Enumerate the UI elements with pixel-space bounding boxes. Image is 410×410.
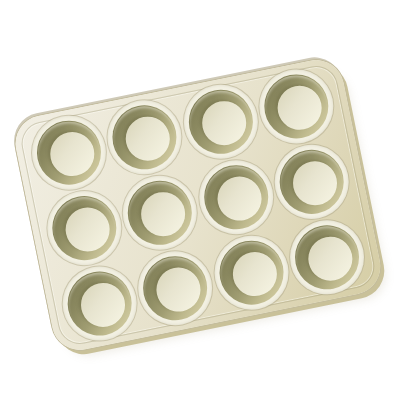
muffin-pan (11, 55, 386, 355)
product-photo (0, 0, 410, 410)
cup-well (289, 219, 364, 294)
cup-bottom (213, 173, 265, 225)
muffin-cup-r2c4 (268, 138, 355, 225)
cup-bottom (274, 82, 326, 134)
cup-bottom (305, 232, 357, 284)
muffin-cup-r1c3 (177, 79, 264, 166)
cup-well (62, 266, 137, 341)
cup-grid (11, 55, 386, 355)
cup-bottom (77, 279, 129, 331)
muffin-cup-r1c2 (101, 94, 188, 181)
cup-bottom (198, 98, 250, 150)
muffin-cup-r1c1 (25, 109, 112, 196)
cup-bottom (153, 263, 205, 315)
muffin-cup-r3c2 (132, 244, 219, 331)
cup-well (46, 190, 121, 265)
cup-bottom (137, 188, 189, 240)
cup-bottom (61, 204, 113, 256)
cup-bottom (46, 128, 98, 180)
cup-well (183, 84, 258, 159)
cup-well (122, 175, 197, 250)
muffin-cup-r2c2 (116, 169, 203, 256)
cup-well (259, 69, 334, 144)
cup-well (138, 250, 213, 325)
muffin-cup-r2c1 (40, 185, 127, 272)
muffin-cup-r1c4 (253, 63, 340, 150)
cup-well (214, 235, 289, 310)
cup-bottom (289, 157, 341, 209)
muffin-cup-r3c1 (56, 260, 143, 347)
muffin-cup-r3c3 (208, 229, 295, 316)
muffin-cup-r3c4 (284, 213, 371, 300)
cup-well (198, 160, 273, 235)
cup-well (31, 115, 106, 190)
cup-bottom (122, 113, 174, 165)
cup-bottom (229, 248, 281, 300)
cup-well (274, 144, 349, 219)
cup-well (107, 100, 182, 175)
muffin-cup-r2c3 (192, 154, 279, 241)
